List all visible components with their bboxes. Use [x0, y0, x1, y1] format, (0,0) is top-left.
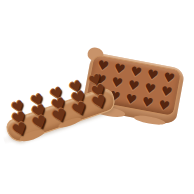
heart-cell: ♥	[124, 92, 138, 107]
product-photo: ♥♥♥♥♥♥♥♥♥♥♥♥♥♥♥ ♥♥♥♥♥♥♥♥♥♥♥♥♥♥♥	[0, 0, 194, 194]
heart-cell: ♥	[141, 95, 155, 110]
heart-cell: ♥	[157, 98, 171, 113]
front-mold-grid: ♥♥♥♥♥♥♥♥♥♥♥♥♥♥♥	[0, 70, 113, 136]
heart-cell: ♥	[87, 92, 110, 109]
